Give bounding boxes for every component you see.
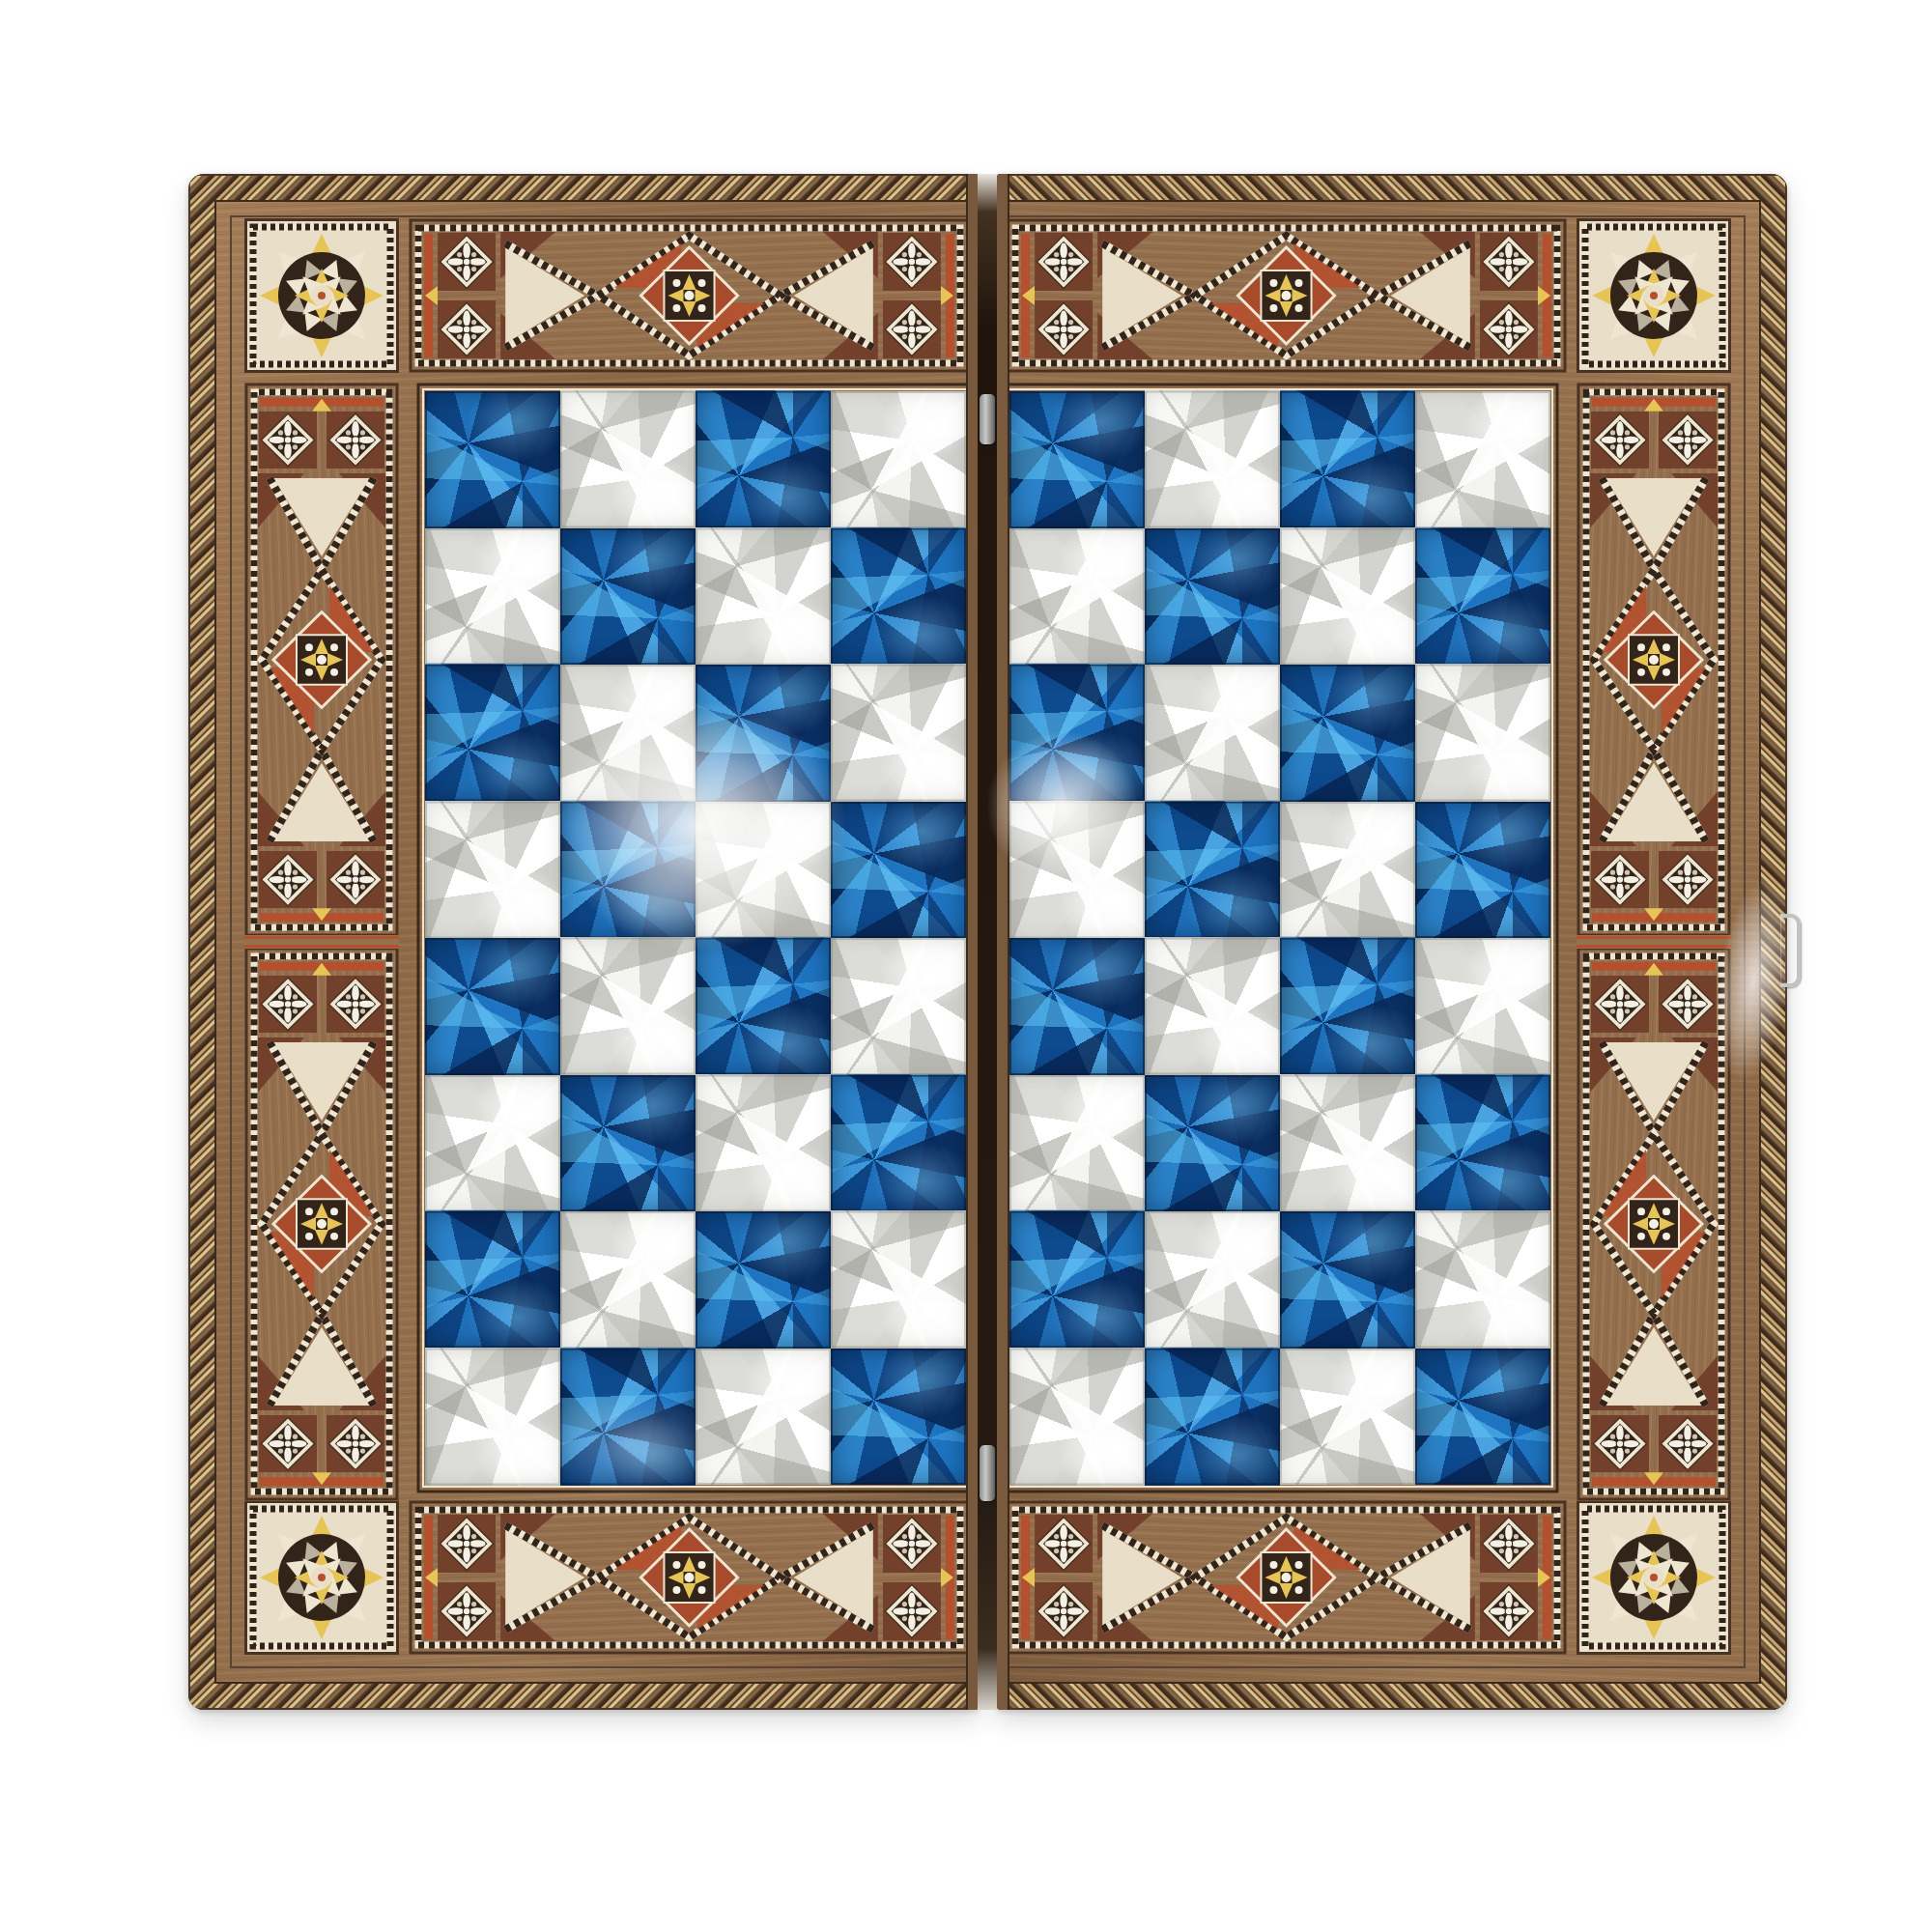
square-e7[interactable] [1009,528,1145,666]
square-b1[interactable] [560,1349,696,1486]
square-d3[interactable] [831,1075,966,1212]
square-c5[interactable] [696,802,831,939]
square-e5[interactable] [1009,802,1145,939]
square-f4[interactable] [1145,938,1280,1075]
square-a1[interactable] [425,1349,560,1486]
square-e1[interactable] [1009,1349,1145,1486]
square-e4[interactable] [1009,938,1145,1075]
square-b4[interactable] [560,938,696,1075]
square-e8[interactable] [1009,391,1145,528]
square-e6[interactable] [1009,665,1145,802]
square-g5[interactable] [1280,802,1415,939]
square-f3[interactable] [1145,1075,1280,1212]
square-h7[interactable] [1415,528,1550,666]
square-g8[interactable] [1280,391,1415,528]
square-h2[interactable] [1415,1211,1550,1349]
square-g6[interactable] [1280,665,1415,802]
square-g3[interactable] [1280,1075,1415,1212]
square-c3[interactable] [696,1075,831,1212]
photo-canvas [0,0,1932,1932]
square-g7[interactable] [1280,528,1415,666]
square-g4[interactable] [1280,938,1415,1075]
square-d8[interactable] [831,391,966,528]
square-g1[interactable] [1280,1349,1415,1486]
hinge-barrel-bottom [980,1445,995,1501]
square-f7[interactable] [1145,528,1280,666]
square-b3[interactable] [560,1075,696,1212]
square-b5[interactable] [560,802,696,939]
square-a8[interactable] [425,391,560,528]
square-f5[interactable] [1145,802,1280,939]
square-b7[interactable] [560,528,696,666]
square-b2[interactable] [560,1211,696,1349]
square-f8[interactable] [1145,391,1280,528]
square-e2[interactable] [1009,1211,1145,1349]
square-f1[interactable] [1145,1349,1280,1486]
square-c6[interactable] [696,665,831,802]
square-d2[interactable] [831,1211,966,1349]
square-a5[interactable] [425,802,560,939]
square-c4[interactable] [696,938,831,1075]
square-h1[interactable] [1415,1349,1550,1486]
square-c2[interactable] [696,1211,831,1349]
board-grid-left [425,391,966,1485]
square-a2[interactable] [425,1211,560,1349]
latch-clasp [1780,914,1801,987]
square-a3[interactable] [425,1075,560,1212]
square-f2[interactable] [1145,1211,1280,1349]
square-b8[interactable] [560,391,696,528]
board-grid-right [1009,391,1550,1485]
square-d4[interactable] [831,938,966,1075]
square-c1[interactable] [696,1349,831,1486]
square-a6[interactable] [425,665,560,802]
board-left-leaf [188,174,979,1710]
board-right-leaf [997,174,1787,1710]
square-h5[interactable] [1415,802,1550,939]
square-a4[interactable] [425,938,560,1075]
square-h6[interactable] [1415,665,1550,802]
square-h4[interactable] [1415,938,1550,1075]
square-g2[interactable] [1280,1211,1415,1349]
hinge-barrel-top [980,394,995,444]
square-h8[interactable] [1415,391,1550,528]
square-d7[interactable] [831,528,966,666]
square-c8[interactable] [696,391,831,528]
square-d6[interactable] [831,665,966,802]
square-d1[interactable] [831,1349,966,1486]
square-d5[interactable] [831,802,966,939]
square-a7[interactable] [425,528,560,666]
square-c7[interactable] [696,528,831,666]
square-b6[interactable] [560,665,696,802]
square-f6[interactable] [1145,665,1280,802]
square-e3[interactable] [1009,1075,1145,1212]
square-h3[interactable] [1415,1075,1550,1212]
